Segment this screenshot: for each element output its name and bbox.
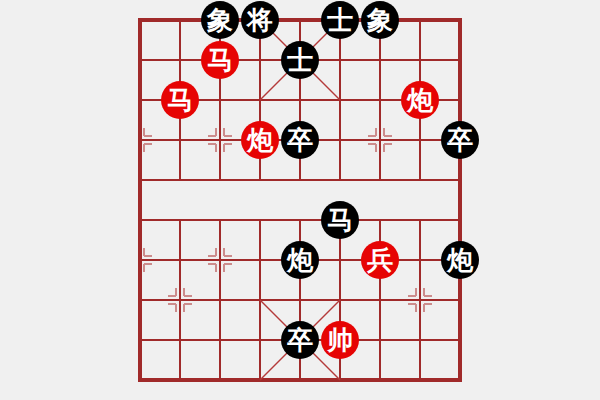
piece-black-cannon[interactable]: 炮 <box>441 241 479 279</box>
piece-black-general[interactable]: 将 <box>241 1 279 39</box>
piece-black-pawn[interactable]: 卒 <box>281 121 319 159</box>
piece-black-cannon[interactable]: 炮 <box>281 241 319 279</box>
piece-red-cannon[interactable]: 炮 <box>401 81 439 119</box>
piece-black-horse[interactable]: 马 <box>321 201 359 239</box>
piece-red-pawn[interactable]: 兵 <box>361 241 399 279</box>
piece-black-pawn[interactable]: 卒 <box>441 121 479 159</box>
piece-black-pawn[interactable]: 卒 <box>281 321 319 359</box>
piece-black-elephant[interactable]: 象 <box>201 1 239 39</box>
pieces-layer: 象将士象马士马炮炮卒卒马炮兵炮卒帅 <box>120 0 480 400</box>
piece-black-advisor[interactable]: 士 <box>281 41 319 79</box>
piece-black-elephant[interactable]: 象 <box>361 1 399 39</box>
piece-red-general[interactable]: 帅 <box>321 321 359 359</box>
xiangqi-board: 象将士象马士马炮炮卒卒马炮兵炮卒帅 <box>120 0 480 400</box>
piece-red-horse[interactable]: 马 <box>161 81 199 119</box>
piece-black-advisor[interactable]: 士 <box>321 1 359 39</box>
piece-red-horse[interactable]: 马 <box>201 41 239 79</box>
piece-red-cannon[interactable]: 炮 <box>241 121 279 159</box>
xiangqi-screen: 象将士象马士马炮炮卒卒马炮兵炮卒帅 <box>0 0 600 400</box>
